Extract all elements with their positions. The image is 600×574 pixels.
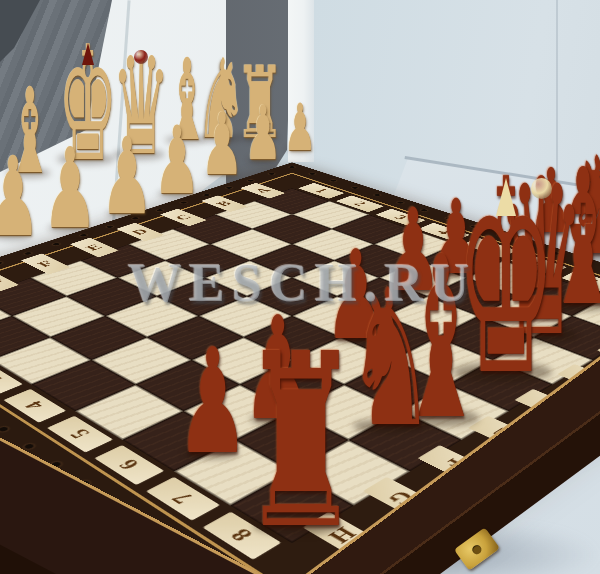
white-king-finial [82, 43, 94, 65]
piece-white-pawn-a2[interactable]: ♟ [284, 95, 317, 160]
red-king-finial [496, 178, 516, 216]
piece-white-pawn-e2[interactable]: ♟ [100, 124, 153, 230]
piece-white-pawn-c2[interactable]: ♟ [200, 101, 243, 187]
white-queen-finial [134, 50, 148, 64]
watermark: WESCH.RU [128, 252, 477, 314]
piece-red-rook-h8[interactable]: ♜ [241, 322, 361, 562]
piece-white-pawn-f2[interactable]: ♟ [42, 133, 98, 244]
piece-white-pawn-b2[interactable]: ♟ [244, 96, 282, 171]
scene: 12345678AABBCCDDEEFFGGHH12345678 ♜♞♝♟♛♚♟… [0, 0, 600, 574]
piece-white-pawn-d2[interactable]: ♟ [153, 114, 200, 208]
piece-red-pawn-h7[interactable]: ♟ [177, 329, 250, 474]
piece-white-pawn-g2[interactable]: ♟ [0, 142, 41, 252]
